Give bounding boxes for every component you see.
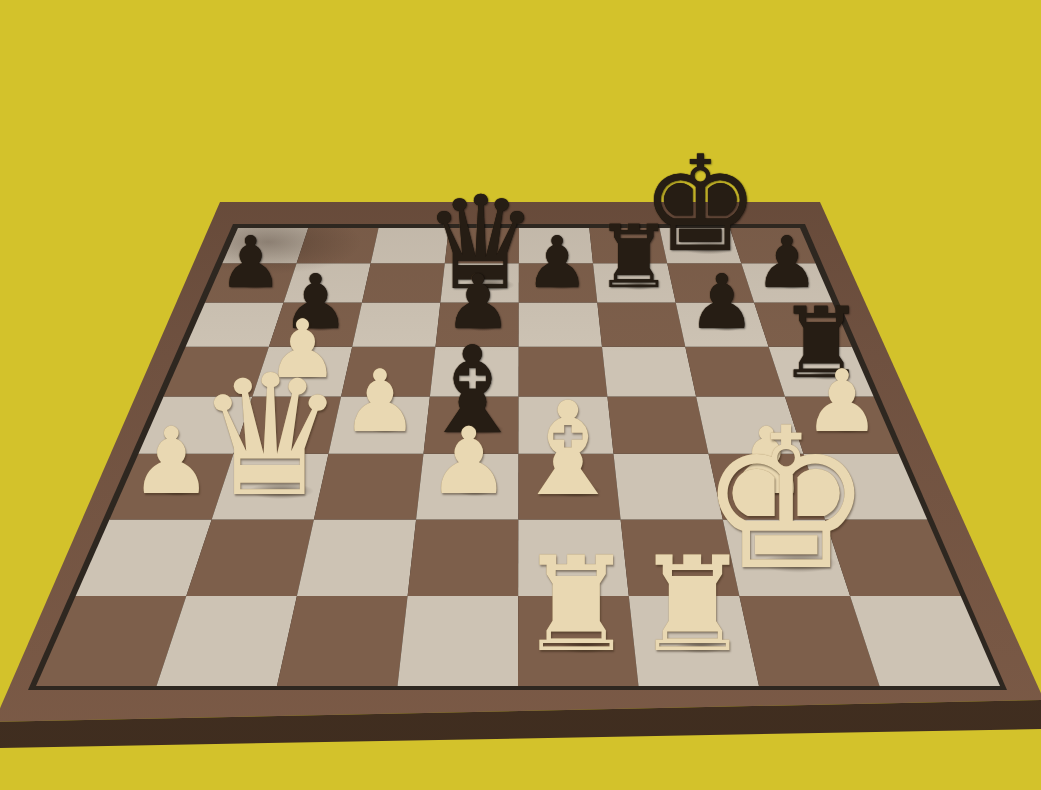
piece-white-rook-e1[interactable]: ♜ [517, 539, 635, 670]
piece-black-pawn-e7[interactable]: ♟ [525, 227, 589, 298]
piece-black-pawn-a7[interactable]: ♟ [219, 227, 283, 298]
piece-black-pawn-g6[interactable]: ♟ [688, 265, 756, 341]
piece-white-rook-f1[interactable]: ♜ [634, 539, 752, 670]
piece-white-bishop-e3[interactable]: ♝ [510, 385, 626, 514]
piece-white-pawn-d3[interactable]: ♟ [427, 415, 510, 507]
piece-black-rook-f7[interactable]: ♜ [595, 214, 672, 300]
piece-white-queen-b3[interactable]: ♛ [196, 353, 346, 520]
chess-board-scene: ♚♛♜♟♟♟♟♟♟♜♝♟♟♟♟♛♟♝♟♚♜♜ [0, 0, 1041, 790]
piece-white-pawn-c4[interactable]: ♟ [341, 358, 418, 444]
